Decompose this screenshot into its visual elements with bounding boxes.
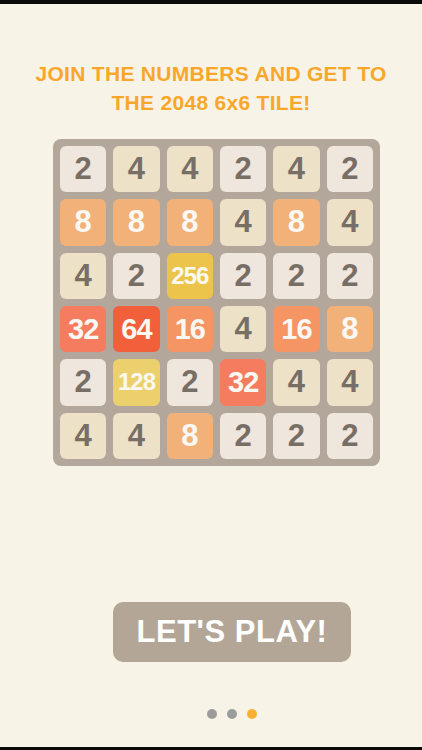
page-dot-2[interactable] — [227, 709, 237, 719]
tile-r4c6: 8 — [327, 306, 373, 352]
tile-r6c1: 4 — [60, 413, 106, 459]
tile-r5c1: 2 — [60, 359, 106, 405]
tile-r3c4: 2 — [220, 253, 266, 299]
tile-r2c4: 4 — [220, 199, 266, 245]
tile-r1c2: 4 — [113, 146, 159, 192]
tile-r6c3: 8 — [167, 413, 213, 459]
page-title: JOIN THE NUMBERS AND GET TO THE 2048 6x6… — [0, 59, 422, 117]
tile-r2c5: 8 — [273, 199, 319, 245]
tile-r5c4: 32 — [220, 359, 266, 405]
tile-r3c6: 2 — [327, 253, 373, 299]
title-line-1: JOIN THE NUMBERS AND GET TO — [0, 59, 422, 88]
tile-r2c3: 8 — [167, 199, 213, 245]
tile-r3c1: 4 — [60, 253, 106, 299]
tile-r2c1: 8 — [60, 199, 106, 245]
tile-r4c2: 64 — [113, 306, 159, 352]
tile-r2c2: 8 — [113, 199, 159, 245]
page-dot-1[interactable] — [207, 709, 217, 719]
tile-r6c6: 2 — [327, 413, 373, 459]
tile-r1c5: 4 — [273, 146, 319, 192]
game-board: 2442428884844225622232641641682128232444… — [53, 139, 380, 466]
tile-r4c5: 16 — [273, 306, 319, 352]
tile-r4c1: 32 — [60, 306, 106, 352]
top-edge-bar — [0, 0, 422, 4]
title-line-2: THE 2048 6x6 TILE! — [0, 88, 422, 117]
tile-r3c2: 2 — [113, 253, 159, 299]
tile-r3c5: 2 — [273, 253, 319, 299]
tile-r6c5: 2 — [273, 413, 319, 459]
tile-r5c5: 4 — [273, 359, 319, 405]
tile-r3c3: 256 — [167, 253, 213, 299]
tile-r1c1: 2 — [60, 146, 106, 192]
tile-r1c3: 4 — [167, 146, 213, 192]
tile-r5c2: 128 — [113, 359, 159, 405]
lets-play-button[interactable]: LET'S PLAY! — [113, 602, 351, 662]
tile-r4c4: 4 — [220, 306, 266, 352]
tile-r5c6: 4 — [327, 359, 373, 405]
tile-r5c3: 2 — [167, 359, 213, 405]
tile-r6c2: 4 — [113, 413, 159, 459]
page-indicator — [207, 709, 257, 719]
tile-r1c4: 2 — [220, 146, 266, 192]
tile-r1c6: 2 — [327, 146, 373, 192]
tile-r2c6: 4 — [327, 199, 373, 245]
tile-r4c3: 16 — [167, 306, 213, 352]
tile-r6c4: 2 — [220, 413, 266, 459]
page-dot-3-active[interactable] — [247, 709, 257, 719]
